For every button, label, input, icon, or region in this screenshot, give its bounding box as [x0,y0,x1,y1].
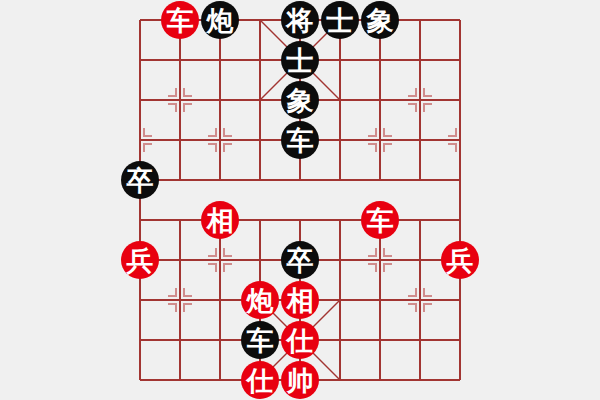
piece-black-advisor[interactable]: 士 [281,41,319,79]
piece-red-cannon[interactable]: 炮 [241,281,279,319]
piece-black-advisor[interactable]: 士 [321,1,359,39]
piece-black-elephant[interactable]: 象 [281,81,319,119]
piece-black-elephant[interactable]: 象 [361,1,399,39]
board-grid: 车炮将士象士象车卒相车兵卒兵炮相车仕仕帅 [120,0,480,400]
piece-red-general[interactable]: 帅 [281,361,319,399]
piece-red-soldier[interactable]: 兵 [441,241,479,279]
piece-red-elephant[interactable]: 相 [281,281,319,319]
xiangqi-board: 车炮将士象士象车卒相车兵卒兵炮相车仕仕帅 [0,0,600,400]
piece-black-chariot[interactable]: 车 [281,121,319,159]
piece-red-elephant[interactable]: 相 [201,201,239,239]
piece-black-chariot[interactable]: 车 [241,321,279,359]
piece-red-chariot[interactable]: 车 [361,201,399,239]
piece-red-soldier[interactable]: 兵 [121,241,159,279]
piece-black-soldier[interactable]: 卒 [281,241,319,279]
piece-black-general[interactable]: 将 [281,1,319,39]
piece-red-advisor[interactable]: 仕 [281,321,319,359]
piece-red-advisor[interactable]: 仕 [241,361,279,399]
piece-red-chariot[interactable]: 车 [161,1,199,39]
piece-black-soldier[interactable]: 卒 [121,161,159,199]
piece-black-cannon[interactable]: 炮 [201,1,239,39]
